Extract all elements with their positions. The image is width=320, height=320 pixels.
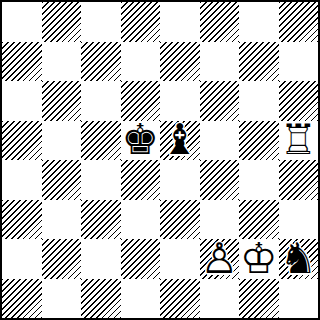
square-e6[interactable]: [160, 81, 200, 121]
black-bishop: ♝: [160, 121, 200, 161]
square-g1[interactable]: [239, 279, 279, 319]
square-a2[interactable]: [2, 239, 42, 279]
square-d6[interactable]: [121, 81, 161, 121]
square-h5[interactable]: ♜♖: [279, 121, 319, 161]
square-d2[interactable]: [121, 239, 161, 279]
white-rook-halo: ♜: [279, 121, 319, 161]
square-b4[interactable]: [42, 160, 82, 200]
square-a1[interactable]: [2, 279, 42, 319]
square-c3[interactable]: [81, 200, 121, 240]
square-g2[interactable]: ♚♔: [239, 239, 279, 279]
square-c2[interactable]: [81, 239, 121, 279]
square-d3[interactable]: [121, 200, 161, 240]
square-b1[interactable]: [42, 279, 82, 319]
square-d8[interactable]: [121, 2, 161, 42]
white-pawn: ♙: [200, 239, 240, 279]
square-f6[interactable]: [200, 81, 240, 121]
white-pawn-halo: ♟: [200, 239, 240, 279]
square-h7[interactable]: [279, 42, 319, 82]
white-rook: ♖: [279, 121, 319, 161]
square-g3[interactable]: [239, 200, 279, 240]
square-c7[interactable]: [81, 42, 121, 82]
black-knight: ♞: [279, 239, 319, 279]
square-f8[interactable]: [200, 2, 240, 42]
square-c4[interactable]: [81, 160, 121, 200]
square-g7[interactable]: [239, 42, 279, 82]
chess-diagram: ♚♚♝♝♜♖♟♙♚♔♞♞: [0, 0, 320, 320]
square-h4[interactable]: [279, 160, 319, 200]
square-b5[interactable]: [42, 121, 82, 161]
square-d5[interactable]: ♚♚: [121, 121, 161, 161]
square-c5[interactable]: [81, 121, 121, 161]
black-king: ♚: [121, 121, 161, 161]
square-d1[interactable]: [121, 279, 161, 319]
square-f1[interactable]: [200, 279, 240, 319]
square-e2[interactable]: [160, 239, 200, 279]
square-e5[interactable]: ♝♝: [160, 121, 200, 161]
square-h6[interactable]: [279, 81, 319, 121]
square-e1[interactable]: [160, 279, 200, 319]
square-e8[interactable]: [160, 2, 200, 42]
square-h2[interactable]: ♞♞: [279, 239, 319, 279]
square-c8[interactable]: [81, 2, 121, 42]
square-b2[interactable]: [42, 239, 82, 279]
square-a5[interactable]: [2, 121, 42, 161]
square-h8[interactable]: [279, 2, 319, 42]
square-a3[interactable]: [2, 200, 42, 240]
square-a6[interactable]: [2, 81, 42, 121]
chess-board: ♚♚♝♝♜♖♟♙♚♔♞♞: [0, 0, 320, 320]
square-g4[interactable]: [239, 160, 279, 200]
square-f7[interactable]: [200, 42, 240, 82]
white-king-halo: ♚: [239, 239, 279, 279]
square-g5[interactable]: [239, 121, 279, 161]
square-h3[interactable]: [279, 200, 319, 240]
square-d4[interactable]: [121, 160, 161, 200]
square-a4[interactable]: [2, 160, 42, 200]
square-a7[interactable]: [2, 42, 42, 82]
black-knight-halo: ♞: [279, 239, 319, 279]
square-e3[interactable]: [160, 200, 200, 240]
square-g6[interactable]: [239, 81, 279, 121]
square-f4[interactable]: [200, 160, 240, 200]
square-f2[interactable]: ♟♙: [200, 239, 240, 279]
square-b7[interactable]: [42, 42, 82, 82]
square-f5[interactable]: [200, 121, 240, 161]
square-d7[interactable]: [121, 42, 161, 82]
square-g8[interactable]: [239, 2, 279, 42]
square-h1[interactable]: [279, 279, 319, 319]
square-b6[interactable]: [42, 81, 82, 121]
black-king-halo: ♚: [121, 121, 161, 161]
square-f3[interactable]: [200, 200, 240, 240]
black-bishop-halo: ♝: [160, 121, 200, 161]
square-c1[interactable]: [81, 279, 121, 319]
square-c6[interactable]: [81, 81, 121, 121]
square-b3[interactable]: [42, 200, 82, 240]
white-king: ♔: [239, 239, 279, 279]
square-e7[interactable]: [160, 42, 200, 82]
square-b8[interactable]: [42, 2, 82, 42]
square-e4[interactable]: [160, 160, 200, 200]
square-a8[interactable]: [2, 2, 42, 42]
